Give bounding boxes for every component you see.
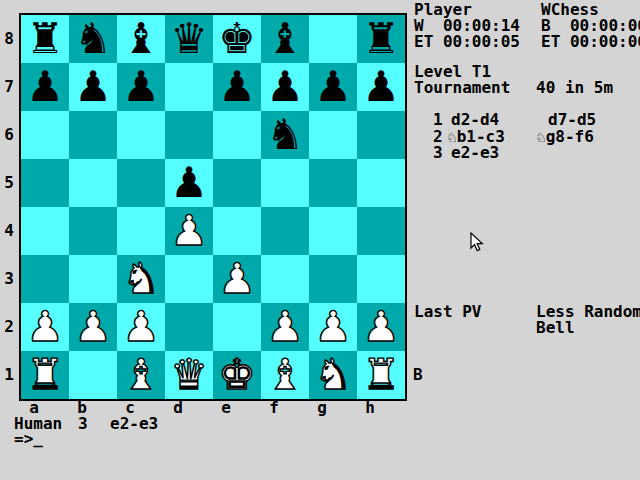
piece-black-knight: ♞	[74, 15, 112, 63]
piece-black-pawn: ♟	[314, 63, 352, 111]
piece-black-pawn: ♟	[74, 63, 112, 111]
square-a6[interactable]	[21, 111, 69, 159]
square-d7[interactable]	[165, 63, 213, 111]
square-g8[interactable]	[309, 15, 357, 63]
square-f2[interactable]: ♟	[261, 303, 309, 351]
square-e2[interactable]	[213, 303, 261, 351]
square-b3[interactable]	[69, 255, 117, 303]
square-g3[interactable]	[309, 255, 357, 303]
command-prompt[interactable]: =>_	[14, 431, 43, 446]
white-elapsed-time: ET 00:00:05	[414, 34, 520, 49]
status-move-number: 3	[78, 416, 88, 431]
black-clock: B 00:00:06	[541, 18, 640, 33]
status-last-move: e2-e3	[110, 416, 158, 431]
square-g6[interactable]	[309, 111, 357, 159]
square-f6[interactable]: ♞	[261, 111, 309, 159]
move-number: 3	[433, 145, 443, 160]
square-f3[interactable]	[261, 255, 309, 303]
piece-white-pawn: ♟	[266, 303, 304, 351]
square-c1[interactable]: ♝	[117, 351, 165, 399]
square-e3[interactable]: ♟	[213, 255, 261, 303]
square-d3[interactable]	[165, 255, 213, 303]
square-c3[interactable]: ♞	[117, 255, 165, 303]
piece-white-pawn: ♟	[314, 303, 352, 351]
piece-white-queen: ♛	[170, 351, 208, 399]
square-b1[interactable]	[69, 351, 117, 399]
black-elapsed-time: ET 00:00:06	[541, 34, 640, 49]
piece-black-pawn: ♟	[218, 63, 256, 111]
piece-black-king: ♚	[218, 15, 256, 63]
piece-white-pawn: ♟	[122, 303, 160, 351]
piece-black-queen: ♛	[170, 15, 208, 63]
wchess-app: ♜♞♝♛♚♝♜♟♟♟♟♟♟♟♞♟♟♞♟♟♟♟♟♟♟♜♝♛♚♝♞♜ 8765432…	[0, 0, 640, 480]
square-e6[interactable]	[213, 111, 261, 159]
file-label-b: b	[58, 401, 106, 415]
time-control-label: 40 in 5m	[536, 80, 613, 95]
square-b4[interactable]	[69, 207, 117, 255]
square-a3[interactable]	[21, 255, 69, 303]
white-move: ♘b1-c3	[447, 129, 505, 144]
black-player-header: WChess	[541, 2, 599, 17]
square-h5[interactable]	[357, 159, 405, 207]
square-b7[interactable]: ♟	[69, 63, 117, 111]
file-label-d: d	[154, 401, 202, 415]
piece-white-pawn: ♟	[74, 303, 112, 351]
file-labels: abcdefgh	[10, 401, 394, 415]
square-a1[interactable]: ♜	[21, 351, 69, 399]
chess-board[interactable]: ♜♞♝♛♚♝♜♟♟♟♟♟♟♟♞♟♟♞♟♟♟♟♟♟♟♜♝♛♚♝♞♜	[21, 15, 405, 399]
piece-white-rook: ♜	[362, 351, 400, 399]
rank-label-2: 2	[2, 319, 16, 335]
white-clock: W 00:00:14	[414, 18, 520, 33]
square-e4[interactable]	[213, 207, 261, 255]
square-a5[interactable]	[21, 159, 69, 207]
square-d4[interactable]: ♟	[165, 207, 213, 255]
square-g4[interactable]	[309, 207, 357, 255]
piece-black-pawn: ♟	[266, 63, 304, 111]
piece-white-pawn: ♟	[170, 207, 208, 255]
square-d1[interactable]: ♛	[165, 351, 213, 399]
rank-label-8: 8	[2, 31, 16, 47]
black-move: ♘g8-f6	[536, 129, 594, 144]
square-c6[interactable]	[117, 111, 165, 159]
piece-black-bishop: ♝	[122, 15, 160, 63]
square-g2[interactable]: ♟	[309, 303, 357, 351]
white-move: d2-d4	[451, 112, 499, 127]
piece-white-pawn: ♟	[362, 303, 400, 351]
file-label-e: e	[202, 401, 250, 415]
square-c8[interactable]: ♝	[117, 15, 165, 63]
square-d6[interactable]	[165, 111, 213, 159]
file-label-f: f	[250, 401, 298, 415]
square-e7[interactable]: ♟	[213, 63, 261, 111]
piece-black-pawn: ♟	[362, 63, 400, 111]
square-h7[interactable]: ♟	[357, 63, 405, 111]
piece-white-knight: ♞	[314, 351, 352, 399]
piece-black-rook: ♜	[26, 15, 64, 63]
piece-black-pawn: ♟	[122, 63, 160, 111]
piece-white-pawn: ♟	[218, 255, 256, 303]
rank-label-1: 1	[2, 367, 16, 383]
square-b2[interactable]: ♟	[69, 303, 117, 351]
side-to-move-indicator: B	[413, 367, 423, 382]
rank-label-3: 3	[2, 271, 16, 287]
rank-label-6: 6	[2, 127, 16, 143]
option-bell: Bell	[536, 320, 575, 335]
move-number: 1	[433, 112, 443, 127]
square-h2[interactable]: ♟	[357, 303, 405, 351]
piece-white-bishop: ♝	[122, 351, 160, 399]
mouse-cursor	[470, 232, 486, 258]
piece-black-bishop: ♝	[266, 15, 304, 63]
square-e1[interactable]: ♚	[213, 351, 261, 399]
square-f8[interactable]: ♝	[261, 15, 309, 63]
square-g7[interactable]: ♟	[309, 63, 357, 111]
square-f4[interactable]	[261, 207, 309, 255]
piece-white-knight: ♞	[122, 255, 160, 303]
square-e8[interactable]: ♚	[213, 15, 261, 63]
square-h8[interactable]: ♜	[357, 15, 405, 63]
square-b8[interactable]: ♞	[69, 15, 117, 63]
square-f7[interactable]: ♟	[261, 63, 309, 111]
piece-black-knight: ♞	[266, 111, 304, 159]
square-f5[interactable]	[261, 159, 309, 207]
square-h3[interactable]	[357, 255, 405, 303]
square-c5[interactable]	[117, 159, 165, 207]
square-a2[interactable]: ♟	[21, 303, 69, 351]
white-move: e2-e3	[451, 145, 499, 160]
file-label-a: a	[10, 401, 58, 415]
file-label-g: g	[298, 401, 346, 415]
square-a7[interactable]: ♟	[21, 63, 69, 111]
square-c7[interactable]: ♟	[117, 63, 165, 111]
piece-white-king: ♚	[218, 351, 256, 399]
piece-white-pawn: ♟	[26, 303, 64, 351]
square-h6[interactable]	[357, 111, 405, 159]
rank-label-4: 4	[2, 223, 16, 239]
square-g5[interactable]	[309, 159, 357, 207]
square-b6[interactable]	[69, 111, 117, 159]
square-c4[interactable]	[117, 207, 165, 255]
piece-white-rook: ♜	[26, 351, 64, 399]
square-d2[interactable]	[165, 303, 213, 351]
white-player-header: Player	[414, 2, 472, 17]
rank-label-7: 7	[2, 79, 16, 95]
square-h1[interactable]: ♜	[357, 351, 405, 399]
square-a4[interactable]	[21, 207, 69, 255]
file-label-c: c	[106, 401, 154, 415]
option-less-random: Less Random	[536, 304, 640, 319]
piece-black-rook: ♜	[362, 15, 400, 63]
piece-black-pawn: ♟	[170, 159, 208, 207]
move-number: 2	[433, 129, 443, 144]
square-e5[interactable]	[213, 159, 261, 207]
square-h4[interactable]	[357, 207, 405, 255]
square-b5[interactable]	[69, 159, 117, 207]
mode-label: Tournament	[414, 80, 510, 95]
last-pv-label: Last PV	[414, 304, 481, 319]
piece-black-pawn: ♟	[26, 63, 64, 111]
level-label: Level T1	[414, 64, 491, 79]
square-d5[interactable]: ♟	[165, 159, 213, 207]
square-g1[interactable]: ♞	[309, 351, 357, 399]
square-c2[interactable]: ♟	[117, 303, 165, 351]
file-label-h: h	[346, 401, 394, 415]
rank-label-5: 5	[2, 175, 16, 191]
chess-board-frame: ♜♞♝♛♚♝♜♟♟♟♟♟♟♟♞♟♟♞♟♟♟♟♟♟♟♜♝♛♚♝♞♜	[19, 13, 407, 401]
black-move: d7-d5	[548, 112, 596, 127]
piece-white-bishop: ♝	[266, 351, 304, 399]
square-f1[interactable]: ♝	[261, 351, 309, 399]
square-a8[interactable]: ♜	[21, 15, 69, 63]
square-d8[interactable]: ♛	[165, 15, 213, 63]
